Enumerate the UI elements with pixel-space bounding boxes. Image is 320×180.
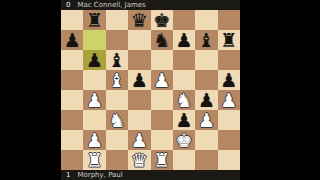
square-c7[interactable] bbox=[106, 30, 128, 50]
square-f5[interactable] bbox=[173, 70, 195, 90]
white-pawn-h4: ♟ bbox=[218, 90, 240, 110]
square-g6[interactable] bbox=[195, 50, 217, 70]
black-pawn-h5: ♟ bbox=[218, 70, 240, 90]
white-pawn-b4: ♟ bbox=[83, 90, 105, 110]
black-pawn-g4: ♟ bbox=[195, 90, 217, 110]
square-h2[interactable] bbox=[218, 130, 240, 150]
square-c8[interactable] bbox=[106, 10, 128, 30]
square-h4[interactable]: ♟ bbox=[218, 90, 240, 110]
white-king-f2: ♚ bbox=[173, 130, 195, 150]
square-c3[interactable]: ♞ bbox=[106, 110, 128, 130]
player-name-top: Mac Connell, James bbox=[77, 0, 145, 10]
square-a6[interactable] bbox=[61, 50, 83, 70]
square-a3[interactable] bbox=[61, 110, 83, 130]
square-b3[interactable] bbox=[83, 110, 105, 130]
player-bar-top: 0 Mac Connell, James bbox=[61, 0, 240, 10]
black-pawn-a7: ♟ bbox=[61, 30, 83, 50]
square-g7[interactable]: ♝ bbox=[195, 30, 217, 50]
black-pawn-f7: ♟ bbox=[173, 30, 195, 50]
square-d2[interactable]: ♟ bbox=[128, 130, 150, 150]
chess-board: ♜♛♚♟♞♟♝♜♟♝♝♟♟♟♟♞♟♟♞♟♟♟♟♚♜♛♜ bbox=[61, 10, 240, 170]
black-king-e8: ♚ bbox=[151, 10, 173, 30]
square-f3[interactable]: ♟ bbox=[173, 110, 195, 130]
square-d6[interactable] bbox=[128, 50, 150, 70]
square-d3[interactable] bbox=[128, 110, 150, 130]
chess-video-area: 0 Mac Connell, James ♜♛♚♟♞♟♝♜♟♝♝♟♟♟♟♞♟♟♞… bbox=[61, 0, 240, 180]
square-a1[interactable] bbox=[61, 150, 83, 170]
square-b2[interactable]: ♟ bbox=[83, 130, 105, 150]
square-b4[interactable]: ♟ bbox=[83, 90, 105, 110]
square-c6[interactable]: ♝ bbox=[106, 50, 128, 70]
square-g2[interactable] bbox=[195, 130, 217, 150]
square-c2[interactable] bbox=[106, 130, 128, 150]
black-pawn-d5: ♟ bbox=[128, 70, 150, 90]
square-f2[interactable]: ♚ bbox=[173, 130, 195, 150]
square-h1[interactable] bbox=[218, 150, 240, 170]
square-e7[interactable]: ♞ bbox=[151, 30, 173, 50]
square-b5[interactable] bbox=[83, 70, 105, 90]
black-bishop-g7: ♝ bbox=[195, 30, 217, 50]
white-rook-e1: ♜ bbox=[151, 150, 173, 170]
black-pawn-b6: ♟ bbox=[83, 50, 105, 70]
square-e3[interactable] bbox=[151, 110, 173, 130]
square-f6[interactable] bbox=[173, 50, 195, 70]
white-pawn-g3: ♟ bbox=[195, 110, 217, 130]
square-d8[interactable]: ♛ bbox=[128, 10, 150, 30]
square-a7[interactable]: ♟ bbox=[61, 30, 83, 50]
square-c4[interactable] bbox=[106, 90, 128, 110]
square-g4[interactable]: ♟ bbox=[195, 90, 217, 110]
black-bishop-c6: ♝ bbox=[106, 50, 128, 70]
square-e5[interactable]: ♟ bbox=[151, 70, 173, 90]
white-queen-d1: ♛ bbox=[128, 150, 150, 170]
white-bishop-c5: ♝ bbox=[106, 70, 128, 90]
white-knight-f4: ♞ bbox=[173, 90, 195, 110]
black-knight-e7: ♞ bbox=[151, 30, 173, 50]
pillarbox-left bbox=[0, 0, 61, 180]
video-frame: 0 Mac Connell, James ♜♛♚♟♞♟♝♜♟♝♝♟♟♟♟♞♟♟♞… bbox=[0, 0, 320, 180]
square-a8[interactable] bbox=[61, 10, 83, 30]
square-e4[interactable] bbox=[151, 90, 173, 110]
square-g3[interactable]: ♟ bbox=[195, 110, 217, 130]
white-rook-b1: ♜ bbox=[83, 150, 105, 170]
square-d4[interactable] bbox=[128, 90, 150, 110]
square-d5[interactable]: ♟ bbox=[128, 70, 150, 90]
black-rook-b8: ♜ bbox=[83, 10, 105, 30]
square-h7[interactable]: ♜ bbox=[218, 30, 240, 50]
player-score-bottom: 1 bbox=[66, 170, 70, 180]
player-bar-bottom: 1 Morphy, Paul bbox=[61, 170, 240, 180]
square-d7[interactable] bbox=[128, 30, 150, 50]
square-g5[interactable] bbox=[195, 70, 217, 90]
square-h5[interactable]: ♟ bbox=[218, 70, 240, 90]
square-g8[interactable] bbox=[195, 10, 217, 30]
square-f7[interactable]: ♟ bbox=[173, 30, 195, 50]
square-f1[interactable] bbox=[173, 150, 195, 170]
square-e1[interactable]: ♜ bbox=[151, 150, 173, 170]
square-h3[interactable] bbox=[218, 110, 240, 130]
square-c5[interactable]: ♝ bbox=[106, 70, 128, 90]
player-score-top: 0 bbox=[66, 0, 70, 10]
white-pawn-d2: ♟ bbox=[128, 130, 150, 150]
square-h6[interactable] bbox=[218, 50, 240, 70]
white-knight-c3: ♞ bbox=[106, 110, 128, 130]
square-a5[interactable] bbox=[61, 70, 83, 90]
square-e8[interactable]: ♚ bbox=[151, 10, 173, 30]
square-h8[interactable] bbox=[218, 10, 240, 30]
square-d1[interactable]: ♛ bbox=[128, 150, 150, 170]
square-b6[interactable]: ♟ bbox=[83, 50, 105, 70]
white-pawn-e5: ♟ bbox=[151, 70, 173, 90]
square-a2[interactable] bbox=[61, 130, 83, 150]
square-a4[interactable] bbox=[61, 90, 83, 110]
square-c1[interactable] bbox=[106, 150, 128, 170]
square-b7[interactable] bbox=[83, 30, 105, 50]
player-name-bottom: Morphy, Paul bbox=[77, 170, 122, 180]
black-pawn-f3: ♟ bbox=[173, 110, 195, 130]
square-b8[interactable]: ♜ bbox=[83, 10, 105, 30]
black-rook-h7: ♜ bbox=[218, 30, 240, 50]
square-f8[interactable] bbox=[173, 10, 195, 30]
square-b1[interactable]: ♜ bbox=[83, 150, 105, 170]
square-e2[interactable] bbox=[151, 130, 173, 150]
square-f4[interactable]: ♞ bbox=[173, 90, 195, 110]
square-g1[interactable] bbox=[195, 150, 217, 170]
white-pawn-b2: ♟ bbox=[83, 130, 105, 150]
square-e6[interactable] bbox=[151, 50, 173, 70]
pillarbox-right bbox=[240, 0, 320, 180]
black-queen-d8: ♛ bbox=[128, 10, 150, 30]
